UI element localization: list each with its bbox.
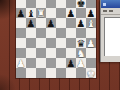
square-c7[interactable]: ♜ [36,8,46,18]
square-f4[interactable] [66,38,76,48]
side-window-menubar[interactable] [101,8,120,15]
square-a2[interactable]: ♟ [16,58,26,68]
piece-black-pawn[interactable]: ♟ [17,9,26,19]
square-b5[interactable] [26,28,36,38]
square-g6[interactable]: ♟ [76,18,86,28]
square-d5[interactable] [46,28,56,38]
square-a4[interactable] [16,38,26,48]
square-b1[interactable] [26,68,36,78]
square-b2[interactable] [26,58,36,68]
square-a5[interactable] [16,28,26,38]
piece-white-pawn[interactable]: ♟ [17,59,26,69]
side-window[interactable] [100,0,120,62]
square-c3[interactable] [36,48,46,58]
piece-white-bishop[interactable]: ♝ [87,19,96,29]
chess-app-screenshot: { "game": "chess", "position": { "fen": … [0,0,120,90]
square-d2[interactable] [46,58,56,68]
menu-item[interactable] [109,10,113,12]
square-b4[interactable] [26,38,36,48]
square-g7[interactable] [76,8,86,18]
square-c1[interactable] [36,68,46,78]
piece-white-king[interactable]: ♚ [87,69,96,79]
square-e6[interactable] [56,18,66,28]
square-b8[interactable] [26,0,36,8]
square-c5[interactable] [36,28,46,38]
square-f8[interactable] [66,0,76,8]
square-e2[interactable] [56,58,66,68]
piece-black-pawn[interactable]: ♟ [67,59,76,69]
square-a7[interactable]: ♟ [16,8,26,18]
square-d6[interactable]: ♟ [46,18,56,28]
square-a3[interactable] [16,48,26,58]
piece-black-pawn[interactable]: ♟ [67,9,76,19]
piece-black-king[interactable]: ♚ [77,0,86,8]
square-e4[interactable] [56,38,66,48]
square-e5[interactable] [56,28,66,38]
piece-white-knight[interactable]: ♞ [77,49,86,59]
square-f1[interactable] [66,68,76,78]
square-d3[interactable] [46,48,56,58]
piece-black-queen[interactable]: ♛ [77,39,86,49]
piece-black-bishop[interactable]: ♝ [27,9,36,19]
piece-white-pawn[interactable]: ♟ [87,39,96,49]
square-h6[interactable]: ♝ [86,18,96,28]
square-g4[interactable]: ♛ [76,38,86,48]
square-b3[interactable] [26,48,36,58]
square-e7[interactable] [56,8,66,18]
square-f2[interactable]: ♟ [66,58,76,68]
square-a6[interactable] [16,18,26,28]
square-e3[interactable] [56,48,66,58]
piece-black-pawn[interactable]: ♟ [47,19,56,29]
side-window-listbox[interactable] [104,17,120,56]
square-g2[interactable]: ♟ [76,58,86,68]
square-d1[interactable] [46,68,56,78]
chess-board[interactable]: ♚♟♝♜♟♟♟♟♟♝♛♟♞♟♟♟♚ [16,0,96,78]
square-h1[interactable]: ♚ [86,68,96,78]
square-c6[interactable] [36,18,46,28]
square-h7[interactable]: ♟ [86,8,96,18]
square-h2[interactable] [86,58,96,68]
square-e1[interactable] [56,68,66,78]
piece-black-pawn[interactable]: ♟ [87,9,96,19]
square-f7[interactable]: ♟ [66,8,76,18]
square-b6[interactable]: ♟ [26,18,36,28]
square-h8[interactable] [86,0,96,8]
square-g1[interactable] [76,68,86,78]
square-a1[interactable] [16,68,26,78]
piece-black-pawn[interactable]: ♟ [27,19,36,29]
square-h3[interactable] [86,48,96,58]
piece-white-rook[interactable]: ♜ [37,9,46,19]
square-e8[interactable] [56,0,66,8]
square-c4[interactable] [36,38,46,48]
square-h4[interactable]: ♟ [86,38,96,48]
piece-white-pawn[interactable]: ♟ [77,59,86,69]
square-g5[interactable] [76,28,86,38]
square-c8[interactable] [36,0,46,8]
side-window-titlebar[interactable] [101,0,120,8]
square-d8[interactable] [46,0,56,8]
square-g8[interactable]: ♚ [76,0,86,8]
square-d4[interactable] [46,38,56,48]
square-g3[interactable]: ♞ [76,48,86,58]
square-c2[interactable] [36,58,46,68]
square-f5[interactable] [66,28,76,38]
square-a8[interactable] [16,0,26,8]
menu-item[interactable] [103,10,107,12]
square-h5[interactable] [86,28,96,38]
square-b7[interactable]: ♝ [26,8,36,18]
square-d7[interactable] [46,8,56,18]
square-f6[interactable] [66,18,76,28]
piece-black-pawn[interactable]: ♟ [77,19,86,29]
window-icon [103,3,106,6]
square-f3[interactable] [66,48,76,58]
